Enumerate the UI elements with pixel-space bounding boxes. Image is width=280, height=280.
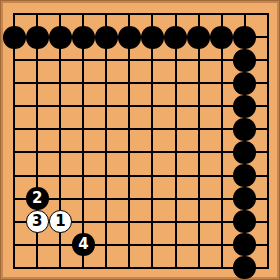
black-stone	[233, 95, 256, 118]
black-stone: 2	[26, 187, 49, 210]
black-stone	[233, 210, 256, 233]
black-stone	[233, 118, 256, 141]
go-board: 2314	[0, 0, 280, 280]
black-stone	[72, 26, 95, 49]
black-stone	[233, 49, 256, 72]
move-number-label: 3	[32, 214, 42, 229]
black-stone	[3, 26, 26, 49]
grid-line-horizontal	[13, 244, 268, 246]
grid-line-horizontal	[13, 82, 268, 84]
white-stone: 1	[49, 210, 72, 233]
move-number-label: 2	[32, 191, 42, 206]
grid-line-horizontal	[13, 128, 268, 130]
black-stone	[95, 26, 118, 49]
grid-line-horizontal	[13, 151, 268, 153]
grid-line-horizontal	[13, 267, 268, 269]
grid-line-horizontal	[13, 59, 268, 61]
black-stone	[233, 187, 256, 210]
black-stone: 4	[72, 233, 95, 256]
black-stone	[26, 26, 49, 49]
grid-line-vertical	[175, 13, 177, 268]
black-stone	[233, 233, 256, 256]
black-stone	[233, 26, 256, 49]
grid-line-horizontal	[13, 105, 268, 107]
black-stone	[49, 26, 72, 49]
grid-line-horizontal	[13, 175, 268, 177]
black-stone	[210, 26, 233, 49]
black-stone	[164, 26, 187, 49]
grid-line-vertical	[105, 13, 107, 268]
grid-line-vertical	[128, 13, 130, 268]
grid-line-vertical	[198, 13, 200, 268]
black-stone	[233, 164, 256, 187]
grid-line-horizontal	[13, 13, 268, 15]
black-stone	[233, 72, 256, 95]
white-stone: 3	[26, 210, 49, 233]
grid-line-vertical	[13, 13, 15, 268]
grid-line-vertical	[267, 13, 269, 268]
black-stone	[118, 26, 141, 49]
black-stone	[187, 26, 210, 49]
black-stone	[141, 26, 164, 49]
grid-line-horizontal	[13, 198, 268, 200]
black-stone	[233, 256, 256, 279]
move-number-label: 1	[55, 214, 65, 229]
move-number-label: 4	[78, 237, 88, 252]
grid-line-vertical	[221, 13, 223, 268]
grid-line-vertical	[151, 13, 153, 268]
black-stone	[233, 141, 256, 164]
grid-line-vertical	[82, 13, 84, 268]
